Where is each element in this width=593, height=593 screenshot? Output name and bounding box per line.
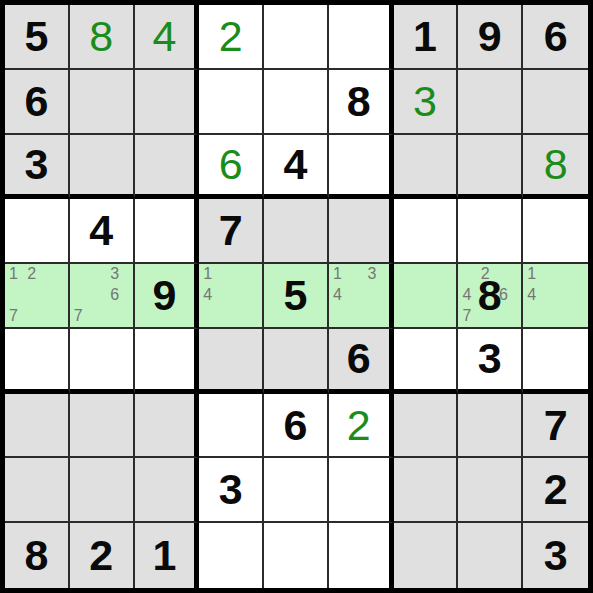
entered-digit-r3c4: 6 <box>219 143 243 186</box>
cell-r6c8[interactable]: 3 <box>458 329 523 394</box>
pencil-mark-6: 6 <box>499 287 508 303</box>
cell-r2c2[interactable] <box>70 70 135 135</box>
cell-r8c4[interactable]: 3 <box>199 458 264 523</box>
pencil-mark-7: 7 <box>462 308 471 324</box>
cell-r1c1[interactable]: 5 <box>5 5 70 70</box>
pencil-mark-7: 7 <box>74 308 83 324</box>
cell-r1c7[interactable]: 1 <box>394 5 459 70</box>
pencil-mark-4: 4 <box>203 287 212 303</box>
given-digit-r7c5: 6 <box>284 404 308 447</box>
cell-r6c6[interactable]: 6 <box>329 329 394 394</box>
given-digit-r9c1: 8 <box>24 534 48 577</box>
pencil-mark-4: 4 <box>462 287 471 303</box>
cell-r8c9[interactable]: 2 <box>523 458 588 523</box>
cell-r9c9[interactable]: 3 <box>523 523 588 588</box>
cell-r3c2[interactable] <box>70 135 135 200</box>
cell-r2c4[interactable] <box>199 70 264 135</box>
cell-r7c8[interactable] <box>458 394 523 459</box>
given-digit-r8c4: 3 <box>219 468 243 511</box>
entered-digit-r1c4: 2 <box>219 15 243 58</box>
cell-r8c5[interactable] <box>264 458 329 523</box>
given-digit-r3c1: 3 <box>24 143 48 186</box>
cell-r8c3[interactable] <box>135 458 200 523</box>
sudoku-board: 5842196683364847127367914513482467146362… <box>0 0 593 593</box>
cell-r5c3[interactable]: 9 <box>135 264 200 329</box>
pencil-mark-7: 7 <box>9 308 18 324</box>
given-digit-r4c4: 7 <box>219 209 243 252</box>
cell-r1c5[interactable] <box>264 5 329 70</box>
cell-r4c3[interactable] <box>135 199 200 264</box>
cell-r7c2[interactable] <box>70 394 135 459</box>
pencil-mark-2: 2 <box>27 266 36 282</box>
pencil-mark-1: 1 <box>527 266 536 282</box>
cell-r3c3[interactable] <box>135 135 200 200</box>
cell-r5c5[interactable]: 5 <box>264 264 329 329</box>
cell-r1c3[interactable]: 4 <box>135 5 200 70</box>
cell-r3c7[interactable] <box>394 135 459 200</box>
cell-r4c7[interactable] <box>394 199 459 264</box>
entered-digit-r1c3: 4 <box>152 15 176 58</box>
entered-digit-r3c9: 8 <box>544 143 568 186</box>
cell-r1c2[interactable]: 8 <box>70 5 135 70</box>
cell-r7c3[interactable] <box>135 394 200 459</box>
cell-r6c4[interactable] <box>199 329 264 394</box>
pencil-mark-2: 2 <box>481 266 490 282</box>
cell-r2c5[interactable] <box>264 70 329 135</box>
cell-r5c2[interactable]: 367 <box>70 264 135 329</box>
given-digit-r2c1: 6 <box>24 80 48 123</box>
cell-r4c6[interactable] <box>329 199 394 264</box>
cell-r2c9[interactable] <box>523 70 588 135</box>
cell-r9c8[interactable] <box>458 523 523 588</box>
cell-r4c9[interactable] <box>523 199 588 264</box>
given-digit-r9c9: 3 <box>544 534 568 577</box>
cell-r2c3[interactable] <box>135 70 200 135</box>
pencil-mark-1: 1 <box>9 266 18 282</box>
pencil-marks-r5c4: 14 <box>203 266 258 324</box>
cell-r1c9[interactable]: 6 <box>523 5 588 70</box>
cell-r9c7[interactable] <box>394 523 459 588</box>
given-digit-r1c7: 1 <box>413 15 437 58</box>
cell-r4c2[interactable]: 4 <box>70 199 135 264</box>
cell-r7c5[interactable]: 6 <box>264 394 329 459</box>
cell-r6c7[interactable] <box>394 329 459 394</box>
cell-r1c8[interactable]: 9 <box>458 5 523 70</box>
pencil-marks-r5c8: 2467 <box>462 266 517 324</box>
cell-r3c8[interactable] <box>458 135 523 200</box>
cell-r4c4[interactable]: 7 <box>199 199 264 264</box>
cell-r2c6[interactable]: 8 <box>329 70 394 135</box>
cell-r9c1[interactable]: 8 <box>5 523 70 588</box>
pencil-mark-3: 3 <box>110 266 119 282</box>
cell-r5c4[interactable]: 14 <box>199 264 264 329</box>
given-digit-r9c2: 2 <box>89 534 113 577</box>
cell-r4c8[interactable] <box>458 199 523 264</box>
given-digit-r1c9: 6 <box>544 15 568 58</box>
cell-r3c4[interactable]: 6 <box>199 135 264 200</box>
cell-r7c7[interactable] <box>394 394 459 459</box>
pencil-marks-r5c1: 127 <box>9 266 64 324</box>
cell-r6c3[interactable] <box>135 329 200 394</box>
cell-r9c6[interactable] <box>329 523 394 588</box>
cell-r1c6[interactable] <box>329 5 394 70</box>
given-digit-r5c5: 5 <box>284 274 308 317</box>
pencil-marks-r5c2: 367 <box>74 266 129 324</box>
given-digit-r7c9: 7 <box>544 404 568 447</box>
cell-r2c8[interactable] <box>458 70 523 135</box>
cell-r5c9[interactable]: 14 <box>523 264 588 329</box>
cell-r5c1[interactable]: 127 <box>5 264 70 329</box>
pencil-marks-r5c9: 14 <box>527 266 584 324</box>
cell-r5c6[interactable]: 134 <box>329 264 394 329</box>
cell-r5c8[interactable]: 82467 <box>458 264 523 329</box>
cell-r6c9[interactable] <box>523 329 588 394</box>
cell-r8c2[interactable] <box>70 458 135 523</box>
entered-digit-r7c6: 2 <box>347 404 371 447</box>
cell-r7c4[interactable] <box>199 394 264 459</box>
given-digit-r9c3: 1 <box>152 534 176 577</box>
cell-r3c5[interactable]: 4 <box>264 135 329 200</box>
entered-digit-r1c2: 8 <box>89 15 113 58</box>
cell-r9c4[interactable] <box>199 523 264 588</box>
cell-r8c7[interactable] <box>394 458 459 523</box>
entered-digit-r2c7: 3 <box>413 80 437 123</box>
cell-r3c9[interactable]: 8 <box>523 135 588 200</box>
cell-r9c2[interactable]: 2 <box>70 523 135 588</box>
pencil-mark-6: 6 <box>110 287 119 303</box>
cell-r8c8[interactable] <box>458 458 523 523</box>
given-digit-r3c5: 4 <box>284 143 308 186</box>
cell-r2c1[interactable]: 6 <box>5 70 70 135</box>
pencil-mark-4: 4 <box>333 287 342 303</box>
cell-r9c3[interactable]: 1 <box>135 523 200 588</box>
cell-r2c7[interactable]: 3 <box>394 70 459 135</box>
given-digit-r2c6: 8 <box>347 80 371 123</box>
given-digit-r4c2: 4 <box>89 209 113 252</box>
cell-r8c1[interactable] <box>5 458 70 523</box>
given-digit-r5c3: 9 <box>152 274 176 317</box>
cell-r7c1[interactable] <box>5 394 70 459</box>
cell-r5c7[interactable] <box>394 264 459 329</box>
pencil-mark-1: 1 <box>203 266 212 282</box>
given-digit-r6c6: 6 <box>347 337 371 380</box>
cell-r6c2[interactable] <box>70 329 135 394</box>
given-digit-r6c8: 3 <box>478 337 502 380</box>
pencil-mark-1: 1 <box>333 266 342 282</box>
cell-r9c5[interactable] <box>264 523 329 588</box>
cell-r6c5[interactable] <box>264 329 329 394</box>
cell-r7c6[interactable]: 2 <box>329 394 394 459</box>
given-digit-r1c8: 9 <box>478 15 502 58</box>
cell-r4c1[interactable] <box>5 199 70 264</box>
pencil-mark-3: 3 <box>367 266 376 282</box>
cell-r8c6[interactable] <box>329 458 394 523</box>
cell-r3c1[interactable]: 3 <box>5 135 70 200</box>
cell-r7c9[interactable]: 7 <box>523 394 588 459</box>
cell-r6c1[interactable] <box>5 329 70 394</box>
given-digit-r1c1: 5 <box>24 15 48 58</box>
cell-r3c6[interactable] <box>329 135 394 200</box>
cell-r1c4[interactable]: 2 <box>199 5 264 70</box>
given-digit-r8c9: 2 <box>544 468 568 511</box>
cell-r4c5[interactable] <box>264 199 329 264</box>
pencil-mark-4: 4 <box>527 287 536 303</box>
pencil-marks-r5c6: 134 <box>333 266 385 324</box>
